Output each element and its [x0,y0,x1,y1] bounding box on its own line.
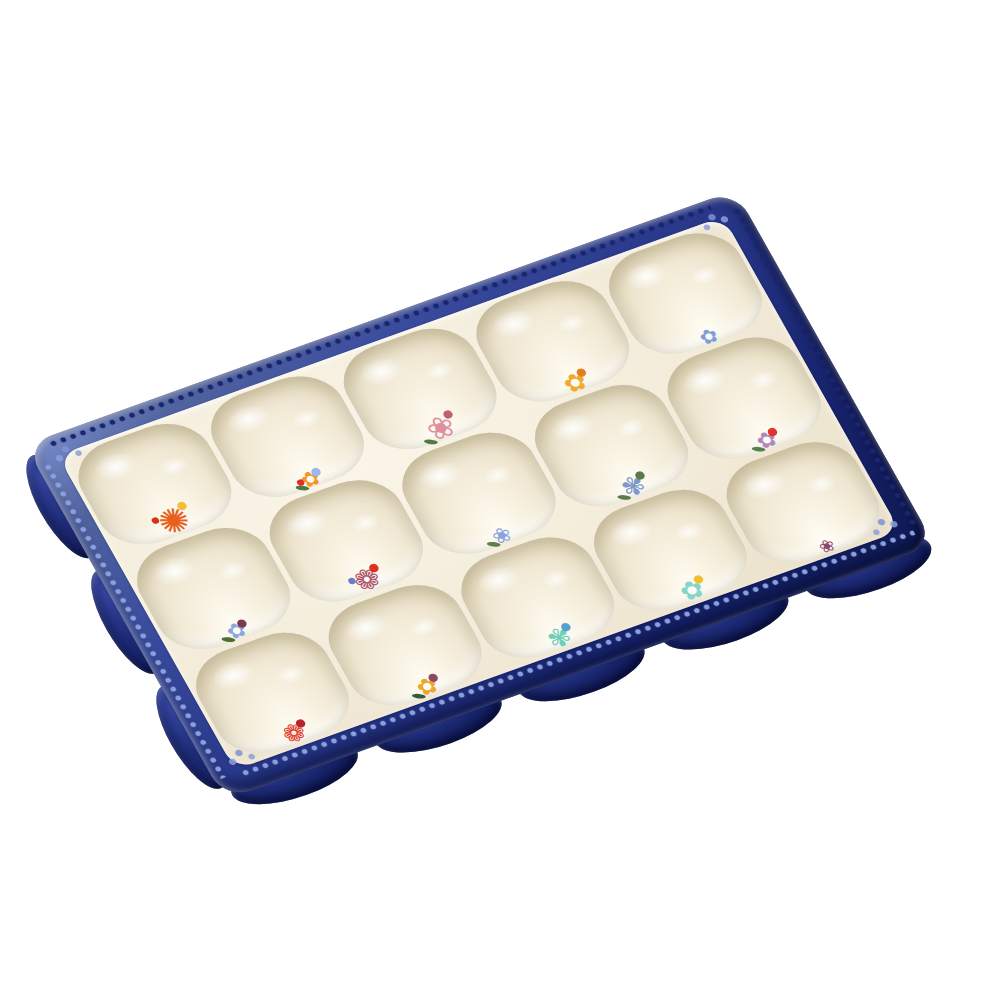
flower-red-blue-rose: ❁ [348,563,386,597]
flower-yellow-marigold: ✿ [559,368,592,397]
flower-orange-blue-red-posy: ✿ [297,467,325,492]
flower-leaf [487,541,501,547]
flower-red-blossom: ❁ [278,719,311,748]
product-photo: ✺✿❀✿✿✿❁❀✾✿❁✿✾✿❀ [0,0,1000,1000]
flower-dusty-blue-blossom: ✾ [616,471,650,501]
flower-cornflower-blue-blossom: ✿ [696,325,722,349]
flower-glyph: ✿ [696,325,722,349]
flower-orange-daisy: ✺ [152,501,197,542]
flower-blue-plum-posy: ✿ [223,619,251,644]
flower-glyph: ✾ [542,623,576,653]
egg-tray: ✺✿❀✿✿✿❁❀✾✿❁✿✾✿❀ [25,190,935,800]
flower-periwinkle-sprig: ❀ [488,523,516,548]
flower-glyph: ✿ [675,575,709,605]
flower-aqua-yellow-blossom: ✿ [675,575,709,605]
flower-pink-rose: ❀ [421,409,461,445]
flower-leaf [752,446,766,452]
flower-lavender-red-sprig: ✿ [753,427,782,453]
flower-leaf [617,495,631,501]
flower-leaf [222,637,236,643]
flower-glyph: ❀ [816,536,839,556]
flower-yellow-plum-posy: ✿ [412,673,442,700]
flower-aqua-blossom: ✾ [542,623,576,653]
flower-plum-bud: ❀ [816,536,839,556]
